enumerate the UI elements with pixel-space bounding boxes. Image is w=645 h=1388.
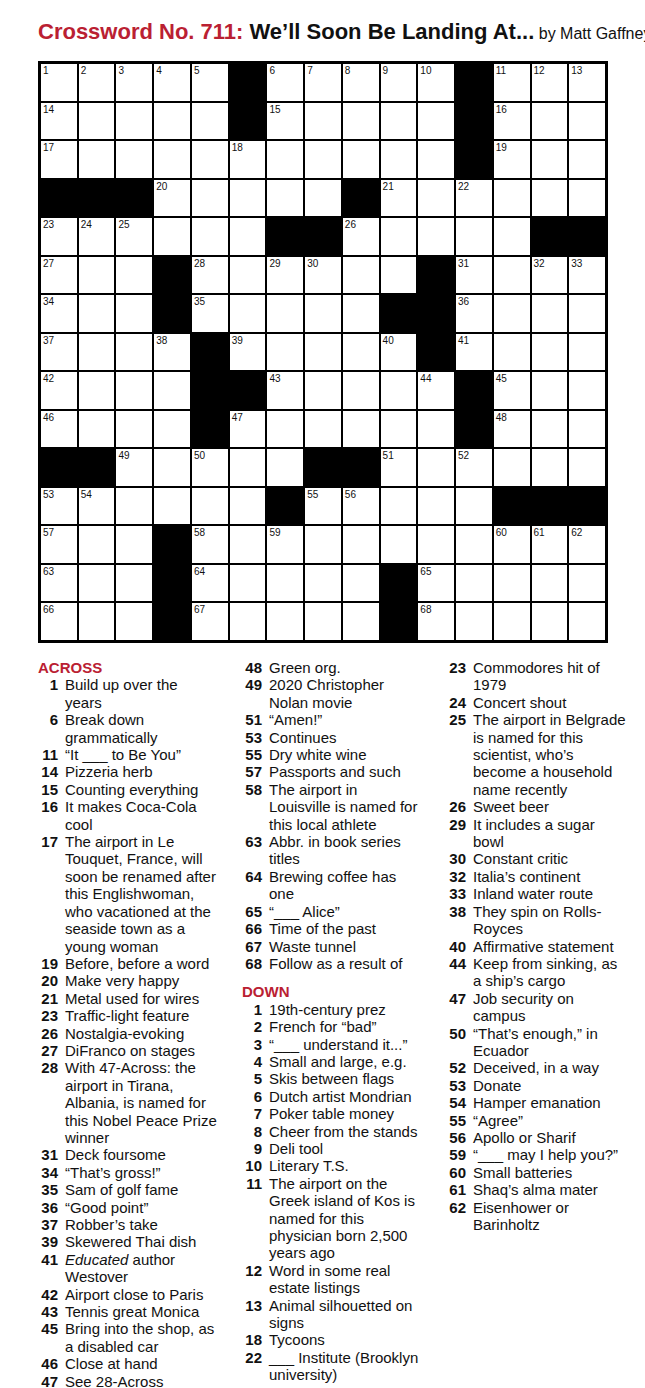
clue-text: Inland water route [473, 885, 626, 902]
grid-cell[interactable] [267, 295, 303, 332]
grid-cell[interactable]: 45 [494, 372, 530, 409]
grid-cell[interactable] [154, 218, 190, 255]
grid-cell[interactable] [456, 603, 492, 640]
clue-a-58: 58The airport in Louisville is named for… [242, 781, 422, 833]
grid-cell[interactable] [230, 449, 266, 486]
grid-cell[interactable] [418, 449, 454, 486]
clue-text: Dry white wine [269, 746, 422, 763]
clue-number: 16 [38, 798, 58, 833]
cell-number: 34 [43, 296, 54, 307]
cell-number: 66 [43, 604, 54, 615]
grid-cell[interactable] [418, 218, 454, 255]
grid-cell[interactable] [116, 257, 152, 294]
grid-cell[interactable] [154, 372, 190, 409]
clue-d-2: 2French for “bad” [242, 1018, 422, 1035]
grid-cell[interactable] [456, 218, 492, 255]
clue-a-42: 42Airport close to Paris [38, 1286, 218, 1303]
clue-text: Metal used for wires [65, 990, 218, 1007]
clue-d-30: 30Constant critic [446, 850, 626, 867]
grid-cell[interactable]: 63 [41, 565, 77, 602]
grid-cell[interactable] [418, 103, 454, 140]
grid-cell[interactable] [305, 526, 341, 563]
grid-cell-black [230, 103, 266, 140]
grid-cell[interactable]: 35 [192, 295, 228, 332]
clue-text: Tennis great Monica [65, 1303, 218, 1320]
grid-cell-black [154, 565, 190, 602]
cell-number: 16 [496, 104, 507, 115]
grid-cell[interactable]: 49 [116, 449, 152, 486]
grid-cell-black [267, 218, 303, 255]
grid-cell[interactable] [343, 334, 379, 371]
grid-cell[interactable] [494, 449, 530, 486]
cell-number: 52 [458, 450, 469, 461]
grid-cell[interactable] [343, 411, 379, 448]
grid-cell[interactable]: 44 [418, 372, 454, 409]
cell-number: 25 [118, 219, 129, 230]
clue-number: 53 [446, 1077, 466, 1094]
grid-cell[interactable] [381, 218, 417, 255]
grid-cell-black [305, 218, 341, 255]
grid-cell[interactable] [569, 141, 605, 178]
grid-cell[interactable]: 34 [41, 295, 77, 332]
clue-number: 38 [446, 903, 466, 938]
grid-cell[interactable] [569, 411, 605, 448]
grid-cell[interactable] [343, 603, 379, 640]
clue-number: 29 [446, 816, 466, 851]
clue-text: 2020 Christopher Nolan movie [269, 676, 422, 711]
clue-a-66: 66Time of the past [242, 920, 422, 937]
grid-cell[interactable] [305, 180, 341, 217]
grid-cell[interactable]: 12 [532, 64, 568, 101]
grid-cell[interactable]: 17 [41, 141, 77, 178]
grid-cell[interactable]: 48 [494, 411, 530, 448]
grid-cell[interactable] [569, 180, 605, 217]
clue-a-14: 14Pizzeria herb [38, 763, 218, 780]
grid-cell[interactable]: 5 [192, 64, 228, 101]
grid-cell[interactable] [569, 603, 605, 640]
grid-cell[interactable] [230, 565, 266, 602]
grid-cell[interactable] [305, 141, 341, 178]
clue-d-26: 26Sweet beer [446, 798, 626, 815]
grid-cell[interactable] [456, 526, 492, 563]
clue-d-10: 10Literary T.S. [242, 1157, 422, 1174]
grid-cell-black [192, 411, 228, 448]
clue-text: The airport in Louisville is named for t… [269, 781, 422, 833]
grid-cell[interactable] [79, 411, 115, 448]
grid-cell[interactable]: 65 [418, 565, 454, 602]
grid-cell[interactable]: 19 [494, 141, 530, 178]
clue-number: 63 [242, 833, 262, 868]
cell-number: 4 [156, 65, 162, 76]
grid-cell[interactable]: 2 [79, 64, 115, 101]
grid-cell[interactable]: 25 [116, 218, 152, 255]
grid-cell[interactable]: 64 [192, 565, 228, 602]
grid-cell[interactable]: 56 [343, 488, 379, 525]
grid-cell[interactable]: 57 [41, 526, 77, 563]
grid-cell[interactable] [456, 488, 492, 525]
grid-cell[interactable] [569, 295, 605, 332]
clue-number: 13 [242, 1297, 262, 1332]
grid-cell[interactable]: 22 [456, 180, 492, 217]
clue-list-header-down: DOWN [242, 983, 422, 1000]
grid-cell[interactable]: 28 [192, 257, 228, 294]
grid-cell[interactable]: 32 [532, 257, 568, 294]
grid-cell[interactable] [154, 411, 190, 448]
grid-cell[interactable] [192, 218, 228, 255]
grid-cell[interactable] [569, 565, 605, 602]
grid-cell[interactable] [154, 103, 190, 140]
clue-number: 47 [38, 1373, 58, 1388]
clue-d-22: 22___ Institute (Brooklyn university) [242, 1349, 422, 1384]
cell-number: 45 [496, 373, 507, 384]
grid-cell[interactable] [381, 141, 417, 178]
grid-cell[interactable]: 27 [41, 257, 77, 294]
grid-cell[interactable] [192, 488, 228, 525]
clue-number: 23 [446, 659, 466, 694]
clue-number: 52 [446, 1059, 466, 1076]
clue-text: Airport close to Paris [65, 1286, 218, 1303]
grid-cell[interactable] [230, 603, 266, 640]
grid-cell[interactable] [116, 603, 152, 640]
grid-cell[interactable]: 3 [116, 64, 152, 101]
grid-cell[interactable]: 23 [41, 218, 77, 255]
grid-cell[interactable] [267, 603, 303, 640]
grid-cell[interactable] [343, 103, 379, 140]
grid-cell[interactable]: 10 [418, 64, 454, 101]
clue-text: Nostalgia-evoking [65, 1025, 218, 1042]
grid-cell[interactable]: 26 [343, 218, 379, 255]
clue-text: Build up over the years [65, 676, 218, 711]
grid-cell[interactable] [569, 372, 605, 409]
cell-number: 29 [269, 258, 280, 269]
grid-cell[interactable]: 30 [305, 257, 341, 294]
grid-cell-black [494, 488, 530, 525]
clue-d-59: 59“___ may I help you?” [446, 1146, 626, 1163]
clue-a-36: 36“Good point” [38, 1199, 218, 1216]
grid-cell[interactable]: 55 [305, 488, 341, 525]
clue-column-2: 48Green org.492020 Christopher Nolan mov… [242, 659, 422, 1388]
grid-cell[interactable] [116, 488, 152, 525]
grid-cell[interactable] [305, 411, 341, 448]
grid-cell[interactable]: 68 [418, 603, 454, 640]
clue-number: 39 [38, 1233, 58, 1250]
grid-cell[interactable] [456, 565, 492, 602]
cell-number: 48 [496, 412, 507, 423]
grid-cell[interactable] [305, 603, 341, 640]
clue-a-53: 53Continues [242, 729, 422, 746]
grid-cell[interactable] [494, 180, 530, 217]
clue-number: 12 [242, 1262, 262, 1297]
grid-cell[interactable] [532, 141, 568, 178]
grid-cell[interactable] [381, 411, 417, 448]
grid-cell[interactable]: 11 [494, 64, 530, 101]
grid-cell[interactable] [267, 334, 303, 371]
grid-cell[interactable] [116, 411, 152, 448]
grid-cell[interactable] [79, 565, 115, 602]
grid-cell-black [381, 565, 417, 602]
cell-number: 17 [43, 142, 54, 153]
clue-number: 48 [242, 659, 262, 676]
clue-number: 5 [242, 1070, 262, 1087]
cell-number: 11 [496, 65, 506, 76]
grid-cell-black [79, 180, 115, 217]
clue-number: 64 [242, 868, 262, 903]
grid-cell[interactable] [305, 565, 341, 602]
cell-number: 15 [269, 104, 280, 115]
grid-cell[interactable] [79, 295, 115, 332]
grid-cell[interactable] [79, 334, 115, 371]
grid-cell[interactable] [230, 526, 266, 563]
cell-number: 68 [420, 604, 431, 615]
grid-cell[interactable]: 1 [41, 64, 77, 101]
grid-cell[interactable] [494, 295, 530, 332]
grid-cell[interactable]: 9 [381, 64, 417, 101]
grid-cell[interactable]: 29 [267, 257, 303, 294]
grid-cell[interactable] [79, 257, 115, 294]
grid-cell[interactable]: 66 [41, 603, 77, 640]
clue-text: Waste tunnel [269, 938, 422, 955]
grid-cell[interactable] [267, 180, 303, 217]
grid-cell[interactable]: 14 [41, 103, 77, 140]
clue-d-44: 44Keep from sinking, as a ship’s cargo [446, 955, 626, 990]
cell-number: 13 [571, 65, 582, 76]
grid-cell[interactable] [343, 257, 379, 294]
clue-a-26: 26Nostalgia-evoking [38, 1025, 218, 1042]
grid-cell[interactable] [343, 372, 379, 409]
cell-number: 58 [194, 527, 205, 538]
grid-cell[interactable] [532, 603, 568, 640]
cell-number: 7 [307, 65, 313, 76]
grid-cell[interactable] [79, 141, 115, 178]
grid-cell[interactable] [116, 334, 152, 371]
grid-cell[interactable] [305, 295, 341, 332]
clue-a-57: 57Passports and such [242, 763, 422, 780]
grid-cell[interactable] [494, 565, 530, 602]
cell-number: 67 [194, 604, 205, 615]
grid-cell[interactable] [230, 257, 266, 294]
clue-text: Follow as a result of [269, 955, 422, 972]
grid-cell[interactable] [192, 180, 228, 217]
clue-text: The airport in Le Touquet, France, will … [65, 833, 218, 955]
grid-cell[interactable] [267, 411, 303, 448]
grid-cell-black [418, 295, 454, 332]
grid-cell[interactable]: 6 [267, 64, 303, 101]
grid-cell[interactable]: 4 [154, 64, 190, 101]
grid-cell[interactable] [494, 257, 530, 294]
grid-cell[interactable] [569, 103, 605, 140]
grid-cell[interactable]: 16 [494, 103, 530, 140]
grid-cell[interactable] [267, 565, 303, 602]
grid-cell[interactable] [532, 411, 568, 448]
clue-number: 4 [242, 1053, 262, 1070]
clue-a-47: 47See 28-Across [38, 1373, 218, 1388]
grid-cell[interactable] [494, 603, 530, 640]
grid-cell[interactable] [381, 488, 417, 525]
cell-number: 1 [43, 65, 49, 76]
grid-cell[interactable]: 20 [154, 180, 190, 217]
grid-cell[interactable]: 53 [41, 488, 77, 525]
grid-cell-black [267, 488, 303, 525]
cell-number: 42 [43, 373, 54, 384]
grid-cell[interactable] [267, 141, 303, 178]
grid-cell[interactable]: 62 [569, 526, 605, 563]
clue-a-34: 34“That’s gross!” [38, 1164, 218, 1181]
clue-text: Robber’s take [65, 1216, 218, 1233]
grid-cell[interactable]: 60 [494, 526, 530, 563]
grid-cell[interactable] [116, 526, 152, 563]
grid-cell[interactable] [154, 488, 190, 525]
grid-cell[interactable] [532, 449, 568, 486]
grid-cell[interactable]: 18 [230, 141, 266, 178]
grid-cell[interactable] [192, 141, 228, 178]
clue-d-62: 62Eisenhower or Barinholtz [446, 1199, 626, 1234]
cell-number: 55 [307, 489, 318, 500]
grid-cell[interactable] [532, 372, 568, 409]
cell-number: 2 [81, 65, 87, 76]
grid-cell[interactable]: 7 [305, 64, 341, 101]
grid-cell[interactable] [532, 334, 568, 371]
clue-a-43: 43Tennis great Monica [38, 1303, 218, 1320]
grid-cell[interactable] [532, 180, 568, 217]
grid-cell-black [230, 64, 266, 101]
grid-cell[interactable]: 36 [456, 295, 492, 332]
grid-cell[interactable] [230, 218, 266, 255]
cell-number: 51 [383, 450, 394, 461]
grid-cell[interactable]: 33 [569, 257, 605, 294]
grid-cell[interactable] [116, 295, 152, 332]
clue-text: Bring into the shop, as a disabled car [65, 1320, 218, 1355]
clue-text: The airport in Belgrade is named for thi… [473, 711, 626, 798]
grid-cell[interactable]: 13 [569, 64, 605, 101]
clue-text: Keep from sinking, as a ship’s cargo [473, 955, 626, 990]
grid-cell[interactable] [154, 141, 190, 178]
grid-cell[interactable] [381, 257, 417, 294]
cell-number: 47 [232, 412, 243, 423]
grid-cell[interactable]: 24 [79, 218, 115, 255]
grid-cell-black [154, 526, 190, 563]
clue-d-1: 119th-century prez [242, 1001, 422, 1018]
grid-cell[interactable]: 43 [267, 372, 303, 409]
clue-number: 57 [242, 763, 262, 780]
clue-number: 45 [38, 1320, 58, 1355]
grid-cell[interactable] [418, 411, 454, 448]
clue-d-38: 38They spin on Rolls-Royces [446, 903, 626, 938]
grid-cell[interactable] [343, 526, 379, 563]
grid-cell[interactable]: 54 [79, 488, 115, 525]
grid-cell[interactable] [79, 603, 115, 640]
grid-cell[interactable] [494, 334, 530, 371]
grid-cell[interactable]: 67 [192, 603, 228, 640]
clue-number: 46 [38, 1355, 58, 1372]
grid-cell[interactable] [305, 103, 341, 140]
grid-cell[interactable]: 31 [456, 257, 492, 294]
grid-cell[interactable] [305, 334, 341, 371]
grid-cell[interactable] [116, 565, 152, 602]
grid-cell[interactable]: 8 [343, 64, 379, 101]
grid-cell[interactable] [79, 526, 115, 563]
grid-cell[interactable]: 61 [532, 526, 568, 563]
clue-number: 3 [242, 1036, 262, 1053]
clue-text: Tycoons [269, 1331, 422, 1348]
grid-cell[interactable] [418, 526, 454, 563]
clue-number: 67 [242, 938, 262, 955]
grid-cell[interactable]: 58 [192, 526, 228, 563]
grid-cell[interactable] [569, 449, 605, 486]
grid-cell[interactable] [532, 565, 568, 602]
clue-text: “Agree” [473, 1112, 626, 1129]
grid-cell[interactable]: 52 [456, 449, 492, 486]
clue-d-56: 56Apollo or Sharif [446, 1129, 626, 1146]
grid-cell[interactable]: 42 [41, 372, 77, 409]
clue-number: 58 [242, 781, 262, 833]
grid-cell[interactable] [116, 141, 152, 178]
grid-cell[interactable] [569, 334, 605, 371]
grid-cell[interactable] [267, 449, 303, 486]
clue-number: 15 [38, 781, 58, 798]
grid-cell[interactable]: 37 [41, 334, 77, 371]
grid-cell[interactable] [418, 180, 454, 217]
grid-cell[interactable] [343, 141, 379, 178]
grid-cell[interactable] [343, 565, 379, 602]
grid-cell[interactable] [230, 295, 266, 332]
clue-text: Pizzeria herb [65, 763, 218, 780]
crossword-grid: 1234567891011121314151617181920212223242… [38, 61, 608, 643]
grid-cell[interactable] [381, 103, 417, 140]
grid-cell[interactable] [418, 488, 454, 525]
grid-cell[interactable] [532, 103, 568, 140]
grid-cell[interactable] [230, 488, 266, 525]
grid-cell[interactable] [494, 218, 530, 255]
clue-text: Close at hand [65, 1355, 218, 1372]
grid-cell[interactable] [343, 295, 379, 332]
clue-text: Concert shout [473, 694, 626, 711]
grid-cell[interactable] [532, 295, 568, 332]
cell-number: 20 [156, 181, 167, 192]
clue-d-33: 33Inland water route [446, 885, 626, 902]
grid-cell[interactable]: 50 [192, 449, 228, 486]
clue-number: 36 [38, 1199, 58, 1216]
grid-cell-black [456, 141, 492, 178]
grid-cell[interactable] [418, 141, 454, 178]
grid-cell[interactable] [154, 449, 190, 486]
grid-cell[interactable] [230, 180, 266, 217]
grid-cell[interactable] [192, 103, 228, 140]
grid-cell[interactable] [381, 372, 417, 409]
grid-cell[interactable]: 21 [381, 180, 417, 217]
clue-a-64: 64Brewing coffee has one [242, 868, 422, 903]
grid-cell[interactable]: 47 [230, 411, 266, 448]
grid-cell[interactable]: 40 [381, 334, 417, 371]
grid-cell-black [456, 411, 492, 448]
grid-cell[interactable]: 59 [267, 526, 303, 563]
grid-cell[interactable]: 51 [381, 449, 417, 486]
grid-cell[interactable] [116, 372, 152, 409]
grid-cell[interactable] [116, 103, 152, 140]
grid-cell-black [154, 295, 190, 332]
clue-number: 24 [446, 694, 466, 711]
grid-cell[interactable] [381, 526, 417, 563]
grid-cell[interactable]: 41 [456, 334, 492, 371]
grid-cell[interactable]: 39 [230, 334, 266, 371]
cell-number: 22 [458, 181, 469, 192]
grid-cell[interactable]: 46 [41, 411, 77, 448]
grid-cell[interactable] [305, 372, 341, 409]
grid-cell[interactable]: 38 [154, 334, 190, 371]
grid-cell[interactable]: 15 [267, 103, 303, 140]
grid-cell[interactable] [79, 372, 115, 409]
grid-cell[interactable] [79, 103, 115, 140]
clue-number: 1 [242, 1001, 262, 1018]
